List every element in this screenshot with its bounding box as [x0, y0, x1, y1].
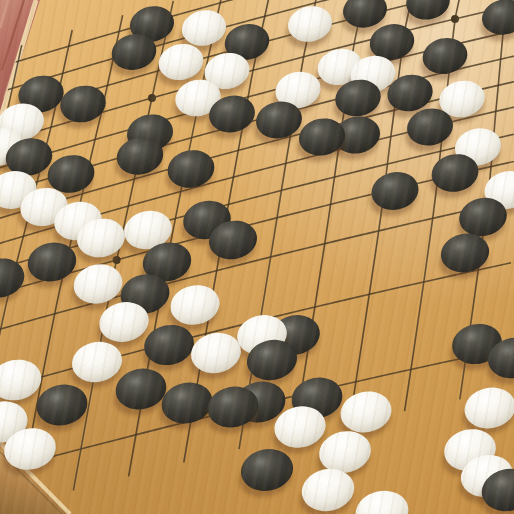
star-point: [451, 15, 459, 23]
stone-black[interactable]: [161, 146, 219, 198]
stones-layer: [0, 0, 514, 514]
stone-white[interactable]: [348, 486, 413, 514]
stone-black[interactable]: [399, 0, 454, 30]
go-board-photo: [0, 0, 514, 514]
stone-black[interactable]: [365, 168, 424, 221]
white-stone-glyph ○: [352, 486, 413, 514]
star-point: [148, 94, 156, 102]
go-board: [0, 0, 514, 514]
stone-black[interactable]: [0, 254, 29, 308]
